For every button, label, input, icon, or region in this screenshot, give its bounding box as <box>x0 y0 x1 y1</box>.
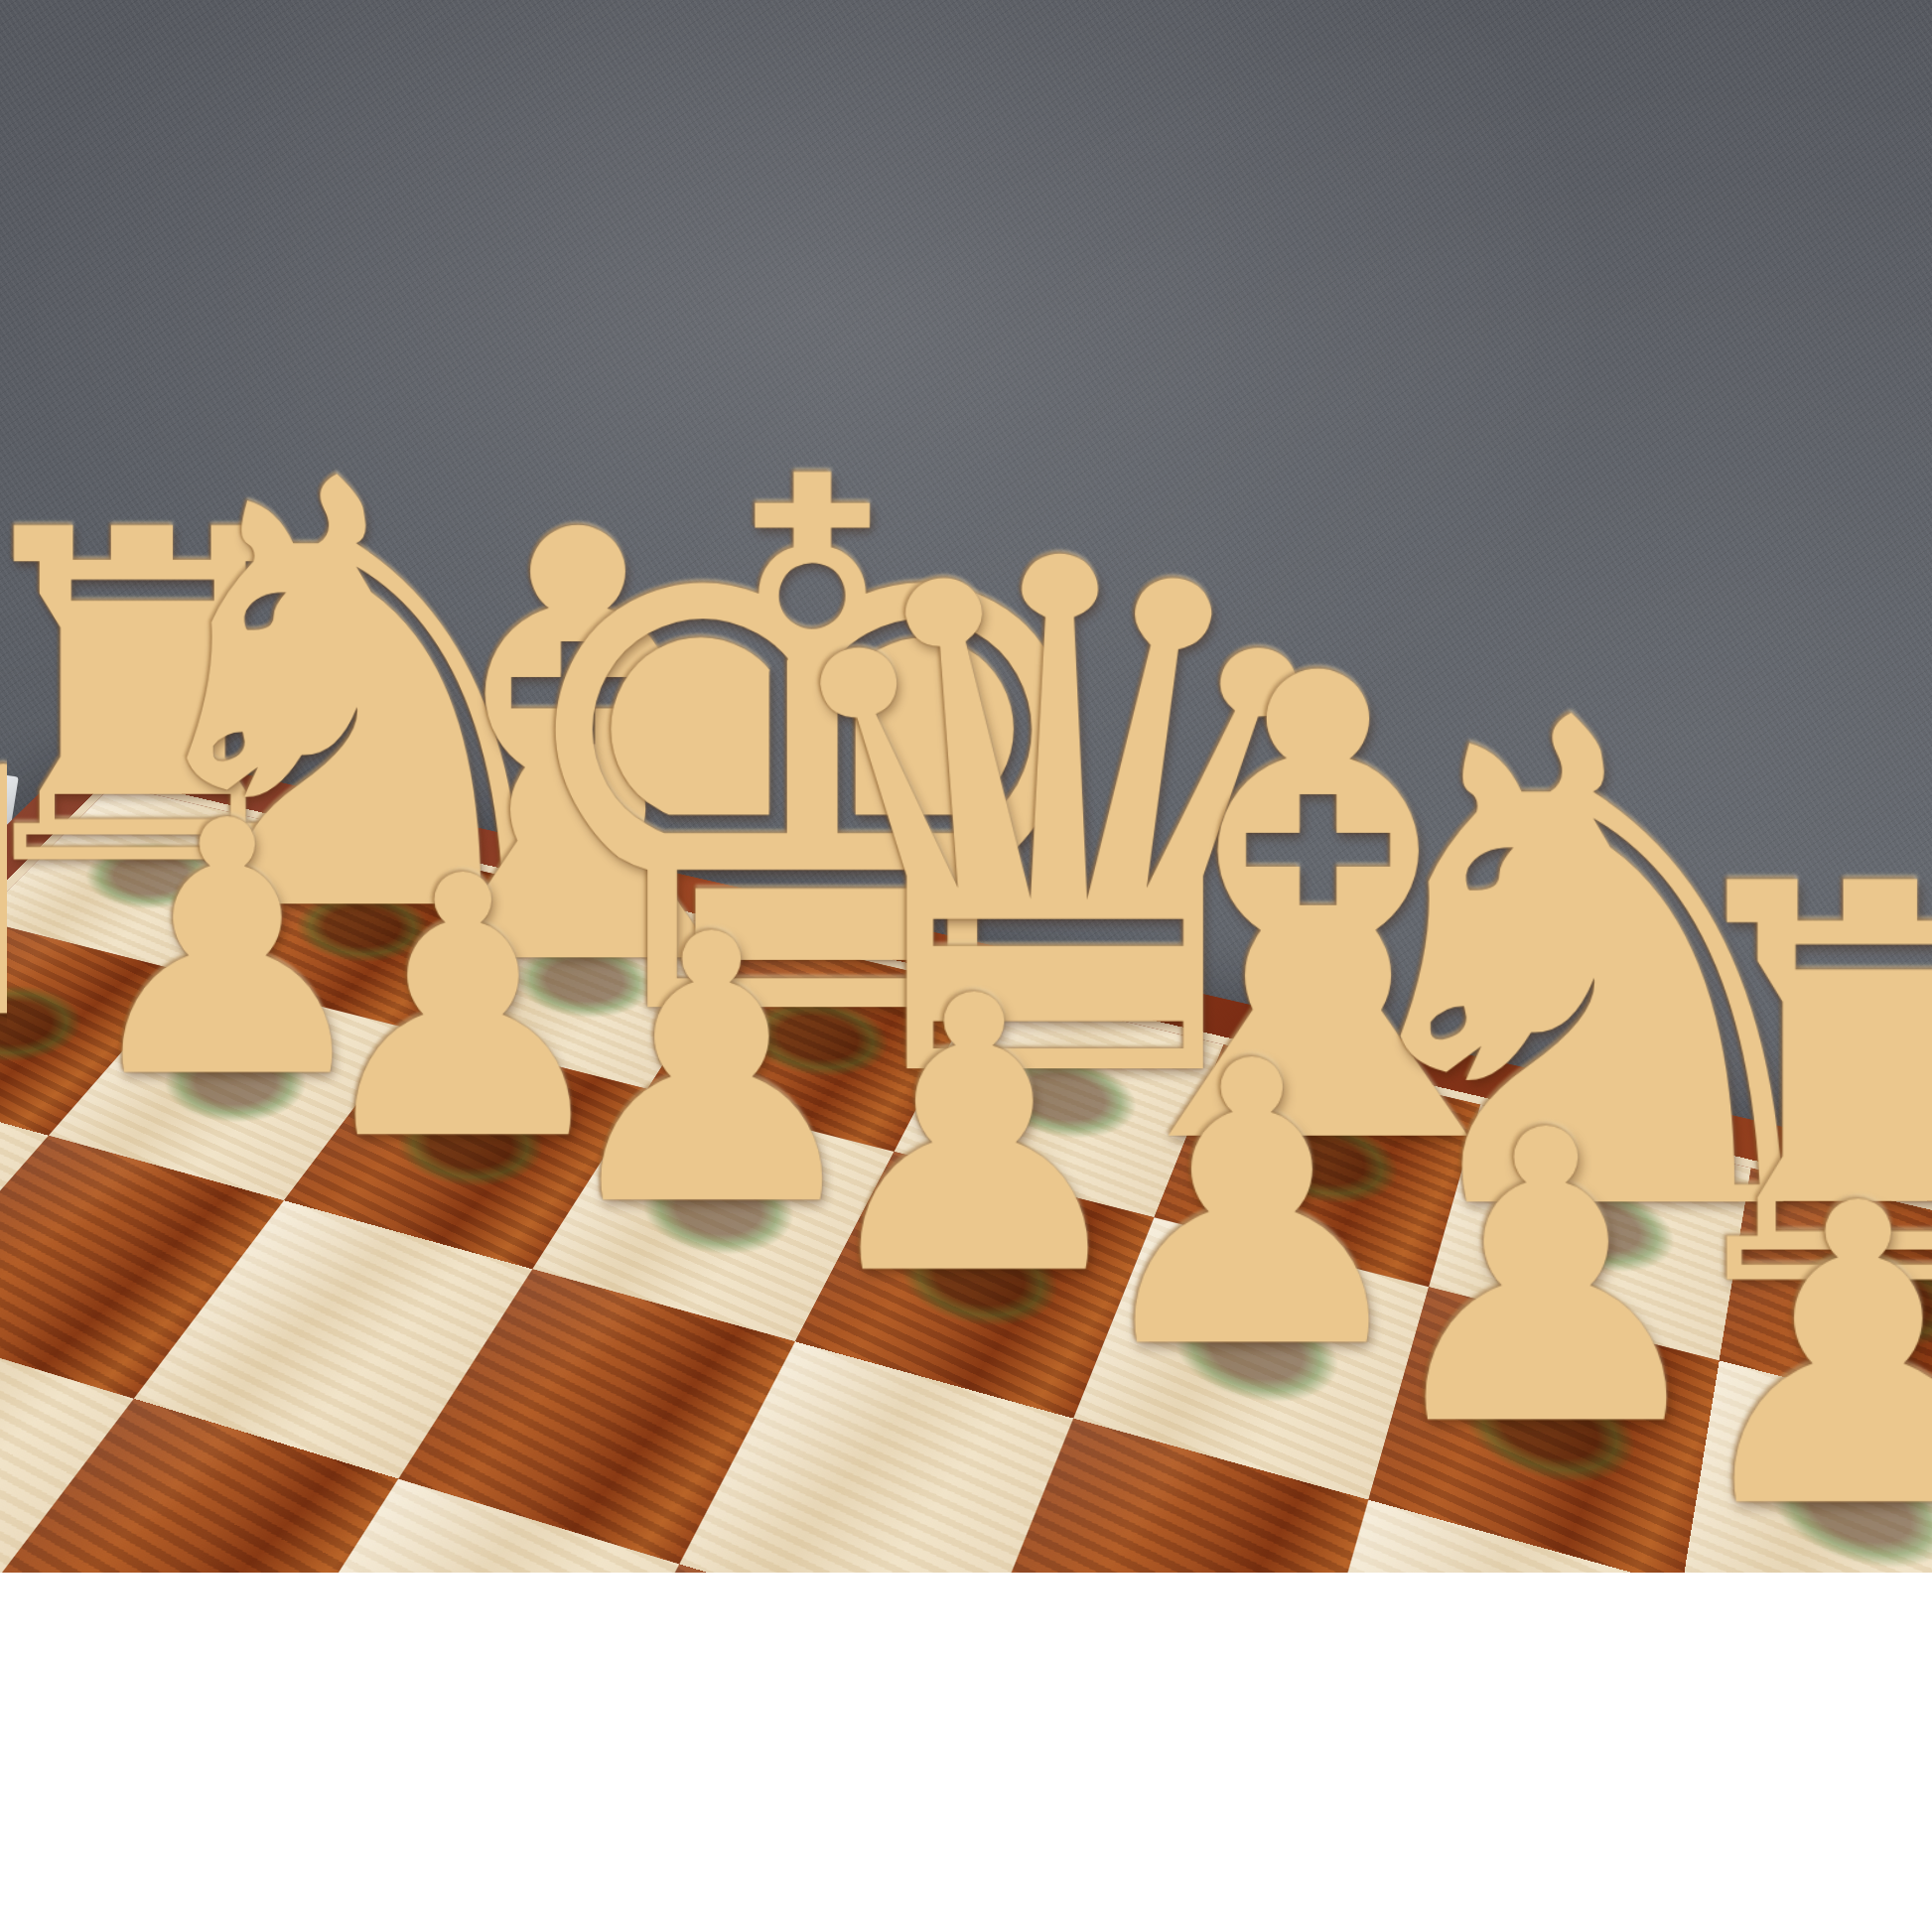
bottom-white-band <box>0 1573 1932 1932</box>
piece-white-pawn[interactable]: ♟ <box>1672 1152 1932 1566</box>
photo-canvas: ♜♞♝♚♛♝♞♜♟♟♟♟♟♟♟♟ <box>0 0 1932 1932</box>
